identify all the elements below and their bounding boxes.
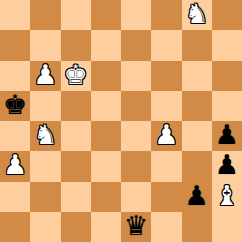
white-king[interactable]: ♚	[64, 61, 88, 90]
square-d2[interactable]	[91, 182, 121, 212]
chess-board: ♞♟♚♚♞♟♟♟♟♟♝♛	[0, 0, 242, 242]
black-pawn[interactable]: ♟	[215, 121, 239, 150]
square-g1[interactable]	[182, 212, 212, 242]
square-f3[interactable]	[151, 151, 181, 181]
black-pawn[interactable]: ♟	[185, 182, 209, 211]
square-a3[interactable]: ♟	[0, 151, 30, 181]
square-f1[interactable]	[151, 212, 181, 242]
square-h3[interactable]: ♟	[212, 151, 242, 181]
white-knight[interactable]: ♞	[185, 0, 209, 29]
square-f8[interactable]	[151, 0, 181, 30]
square-e3[interactable]	[121, 151, 151, 181]
square-e2[interactable]	[121, 182, 151, 212]
square-h8[interactable]	[212, 0, 242, 30]
square-e5[interactable]	[121, 91, 151, 121]
square-c1[interactable]	[61, 212, 91, 242]
square-c6[interactable]: ♚	[61, 61, 91, 91]
square-g7[interactable]	[182, 30, 212, 60]
square-e8[interactable]	[121, 0, 151, 30]
square-a2[interactable]	[0, 182, 30, 212]
square-b5[interactable]	[30, 91, 60, 121]
square-c7[interactable]	[61, 30, 91, 60]
square-b3[interactable]	[30, 151, 60, 181]
square-d1[interactable]	[91, 212, 121, 242]
square-c2[interactable]	[61, 182, 91, 212]
square-d5[interactable]	[91, 91, 121, 121]
square-g2[interactable]: ♟	[182, 182, 212, 212]
black-queen[interactable]: ♛	[124, 212, 148, 241]
square-g8[interactable]: ♞	[182, 0, 212, 30]
white-pawn[interactable]: ♟	[3, 151, 27, 180]
square-b7[interactable]	[30, 30, 60, 60]
square-f2[interactable]	[151, 182, 181, 212]
square-a8[interactable]	[0, 0, 30, 30]
square-c3[interactable]	[61, 151, 91, 181]
square-h7[interactable]	[212, 30, 242, 60]
square-h5[interactable]	[212, 91, 242, 121]
square-c8[interactable]	[61, 0, 91, 30]
square-e6[interactable]	[121, 61, 151, 91]
white-pawn[interactable]: ♟	[154, 121, 178, 150]
square-g6[interactable]	[182, 61, 212, 91]
square-a5[interactable]: ♚	[0, 91, 30, 121]
square-f6[interactable]	[151, 61, 181, 91]
square-d7[interactable]	[91, 30, 121, 60]
white-knight[interactable]: ♞	[33, 121, 57, 150]
square-h4[interactable]: ♟	[212, 121, 242, 151]
square-a1[interactable]	[0, 212, 30, 242]
square-c5[interactable]	[61, 91, 91, 121]
square-d6[interactable]	[91, 61, 121, 91]
square-h1[interactable]	[212, 212, 242, 242]
square-e7[interactable]	[121, 30, 151, 60]
square-d3[interactable]	[91, 151, 121, 181]
square-c4[interactable]	[61, 121, 91, 151]
black-pawn[interactable]: ♟	[215, 151, 239, 180]
square-b2[interactable]	[30, 182, 60, 212]
white-bishop[interactable]: ♝	[215, 182, 239, 211]
square-b6[interactable]: ♟	[30, 61, 60, 91]
square-d8[interactable]	[91, 0, 121, 30]
black-king[interactable]: ♚	[3, 91, 27, 120]
square-h2[interactable]: ♝	[212, 182, 242, 212]
square-e1[interactable]: ♛	[121, 212, 151, 242]
square-b1[interactable]	[30, 212, 60, 242]
square-a4[interactable]	[0, 121, 30, 151]
square-b8[interactable]	[30, 0, 60, 30]
square-b4[interactable]: ♞	[30, 121, 60, 151]
square-f7[interactable]	[151, 30, 181, 60]
square-g5[interactable]	[182, 91, 212, 121]
square-g3[interactable]	[182, 151, 212, 181]
square-f4[interactable]: ♟	[151, 121, 181, 151]
square-d4[interactable]	[91, 121, 121, 151]
square-g4[interactable]	[182, 121, 212, 151]
white-pawn[interactable]: ♟	[33, 61, 57, 90]
square-h6[interactable]	[212, 61, 242, 91]
square-a7[interactable]	[0, 30, 30, 60]
square-e4[interactable]	[121, 121, 151, 151]
square-f5[interactable]	[151, 91, 181, 121]
square-a6[interactable]	[0, 61, 30, 91]
